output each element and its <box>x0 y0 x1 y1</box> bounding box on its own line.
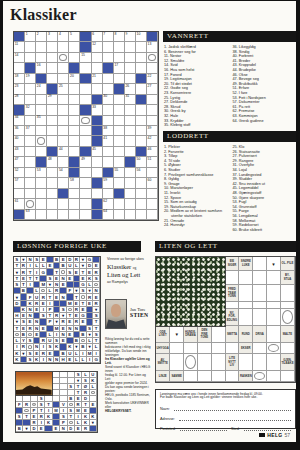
grid-cell[interactable] <box>125 126 136 136</box>
grid-cell[interactable] <box>170 354 184 371</box>
grid-cell[interactable] <box>25 53 36 63</box>
grid-cell[interactable]: 5 <box>69 32 80 42</box>
grid-cell[interactable]: 31 <box>125 95 136 105</box>
winners-block: Vinnere av forrige ukes Klassiker og Lit… <box>107 257 151 285</box>
grid-cell[interactable]: 10 <box>136 32 147 42</box>
grid-cell[interactable]: 4 <box>58 32 69 42</box>
grid-cell[interactable] <box>103 74 114 84</box>
grid-cell[interactable] <box>103 42 114 52</box>
face-icon <box>111 304 121 317</box>
cell-number: 53 <box>37 168 41 172</box>
grid-cell[interactable]: 52 <box>14 168 25 178</box>
grid-cell[interactable] <box>212 326 226 343</box>
grid-cell[interactable]: 45 <box>92 147 103 157</box>
grid-cell[interactable] <box>125 74 136 84</box>
grid-cell[interactable] <box>147 199 158 209</box>
grid-cell[interactable] <box>36 199 47 209</box>
grid-cell[interactable]: 9 <box>125 32 136 42</box>
grid-cell[interactable] <box>125 105 136 115</box>
grid-cell[interactable] <box>69 53 80 63</box>
grid-cell[interactable] <box>80 116 91 126</box>
sted-input[interactable] <box>244 426 291 431</box>
grid-cell <box>80 74 91 84</box>
grid-cell[interactable] <box>47 126 58 136</box>
grid-cell[interactable] <box>114 74 125 84</box>
grid-cell[interactable] <box>47 178 58 188</box>
grid-cell[interactable] <box>58 157 69 167</box>
grid-cell[interactable] <box>170 343 184 354</box>
grid-cell[interactable] <box>267 271 281 285</box>
grid-cell[interactable]: 55 <box>114 168 125 178</box>
grid-cell[interactable] <box>136 63 147 73</box>
cell-number: 19 <box>26 74 30 78</box>
grid-cell[interactable] <box>114 105 125 115</box>
grid-cell[interactable] <box>47 74 58 84</box>
grid-cell[interactable] <box>92 157 103 167</box>
liten-header: LITEN OG LETT <box>155 241 296 252</box>
grid-cell[interactable] <box>47 189 58 199</box>
grid-cell[interactable] <box>36 136 47 146</box>
grid-cell[interactable] <box>114 126 125 136</box>
grid-cell[interactable]: 50 <box>136 157 147 167</box>
grid-cell[interactable]: 38 <box>103 126 114 136</box>
grid-cell[interactable] <box>147 189 158 199</box>
grid-cell: D <box>68 426 75 432</box>
grid-cell[interactable] <box>125 168 136 178</box>
navn-input[interactable] <box>174 406 291 411</box>
grid-cell[interactable] <box>267 285 281 302</box>
grid-cell: ODE LIVET <box>156 326 170 343</box>
grid-cell[interactable] <box>80 95 91 105</box>
grid-cell[interactable]: 58 <box>69 178 80 188</box>
grid-cell[interactable]: 28 <box>14 95 25 105</box>
grid-cell[interactable] <box>267 343 281 354</box>
grid-cell[interactable]: 20 <box>69 74 80 84</box>
grid-cell[interactable] <box>267 326 281 343</box>
grid-cell[interactable] <box>36 147 47 157</box>
grid-cell[interactable] <box>25 178 36 188</box>
grid-cell[interactable] <box>125 178 136 188</box>
grid-cell <box>69 63 80 73</box>
grid-cell[interactable] <box>136 105 147 115</box>
grid-cell[interactable]: 12 <box>92 42 103 52</box>
grid-cell[interactable] <box>125 189 136 199</box>
grid-cell[interactable] <box>80 189 91 199</box>
grid-cell[interactable] <box>253 302 267 309</box>
grid-cell[interactable] <box>25 116 36 126</box>
grid-cell <box>125 157 136 167</box>
grid-cell[interactable] <box>25 84 36 94</box>
grid-cell <box>90 426 97 432</box>
grid-cell[interactable] <box>80 210 91 220</box>
grid-cell[interactable] <box>25 157 36 167</box>
promo-line: Du kan også sende løsningen i posten: <box>105 385 151 393</box>
grid-cell[interactable]: 32 <box>25 105 36 115</box>
grid-cell[interactable] <box>136 53 147 63</box>
grid-cell[interactable] <box>103 105 114 115</box>
grid-cell[interactable]: 2 <box>36 32 47 42</box>
grid-cell[interactable]: 53 <box>36 168 47 178</box>
grid-cell[interactable] <box>125 210 136 220</box>
grid-cell[interactable] <box>25 147 36 157</box>
grid-cell[interactable] <box>253 285 267 302</box>
grid-cell[interactable]: 21 <box>92 74 103 84</box>
grid-cell[interactable] <box>147 63 158 73</box>
grid-cell[interactable] <box>103 189 114 199</box>
grid-cell[interactable] <box>136 210 147 220</box>
grid-cell[interactable] <box>114 42 125 52</box>
grid-cell[interactable] <box>147 168 158 178</box>
loddrett-col2: 25. Klo26. Statsansatte27. Pulverisert29… <box>233 145 297 232</box>
grid-cell[interactable] <box>69 210 80 220</box>
grid-cell[interactable] <box>136 116 147 126</box>
grid-cell[interactable] <box>36 105 47 115</box>
grid-cell[interactable] <box>92 84 103 94</box>
grid-cell[interactable]: 47 <box>14 157 25 167</box>
grid-cell[interactable]: 41 <box>103 136 114 146</box>
grid-cell[interactable] <box>125 53 136 63</box>
grid-cell[interactable] <box>136 178 147 188</box>
grid-cell[interactable] <box>58 199 69 209</box>
grid-cell[interactable] <box>281 302 295 309</box>
grid-cell[interactable] <box>114 210 125 220</box>
coupon-line2: For både Klassiker og Liten og Lett gjel… <box>160 396 291 400</box>
circle-mark-icon <box>282 310 293 324</box>
grid-cell[interactable] <box>69 42 80 52</box>
grid-cell[interactable]: 42 <box>147 136 158 146</box>
grid-cell[interactable] <box>239 271 253 285</box>
grid-cell[interactable]: 30 <box>103 95 114 105</box>
clue-line: 60. Bruke skibrett <box>233 228 297 233</box>
grid-cell[interactable] <box>136 189 147 199</box>
grid-cell[interactable] <box>114 116 125 126</box>
cell-number: 20 <box>70 74 74 78</box>
grid-cell[interactable] <box>114 157 125 167</box>
grid-cell: LITE NYTT LIV <box>226 354 240 371</box>
grid-cell[interactable] <box>58 126 69 136</box>
grid-cell[interactable] <box>69 84 80 94</box>
grid-cell[interactable] <box>267 302 281 309</box>
grid-cell[interactable] <box>103 147 114 157</box>
grid-cell[interactable] <box>267 354 281 371</box>
circle-mark-icon <box>268 344 279 352</box>
grid-cell[interactable] <box>36 95 47 105</box>
magazine-name: HELG <box>267 432 282 438</box>
grid-cell[interactable] <box>80 126 91 136</box>
grid-cell[interactable] <box>212 371 226 382</box>
grid-cell[interactable]: 14 <box>14 53 25 63</box>
grid-cell[interactable] <box>25 199 36 209</box>
cell-number: 10 <box>137 32 141 36</box>
grid-cell[interactable] <box>58 53 69 63</box>
cell-number: 30 <box>103 94 107 98</box>
grid-cell[interactable] <box>147 116 158 126</box>
grid-cell[interactable]: 34 <box>14 116 25 126</box>
grid-cell: DEN FINE TONE <box>198 326 212 343</box>
grid-cell[interactable]: 48 <box>47 157 58 167</box>
grid-cell[interactable] <box>184 371 198 382</box>
grid-cell[interactable] <box>114 199 125 209</box>
grid-cell[interactable] <box>253 343 267 354</box>
cell-number: 64 <box>103 209 107 213</box>
grid-cell[interactable] <box>147 53 158 63</box>
grid-cell: K <box>14 357 21 363</box>
grid-cell[interactable] <box>80 178 91 188</box>
grid-cell[interactable] <box>226 343 240 354</box>
grid-cell[interactable] <box>14 63 25 73</box>
grid-cell[interactable] <box>36 126 47 136</box>
grid-cell: RUND <box>239 326 253 343</box>
grid-cell: RASKEN <box>239 371 253 382</box>
grid-cell[interactable] <box>25 42 36 52</box>
cell-number: 41 <box>103 136 107 140</box>
grid-cell[interactable] <box>212 343 226 354</box>
magazine-page: Klassiker 123456789101112131415161718192… <box>3 1 296 442</box>
grid-cell[interactable]: 49 <box>80 157 91 167</box>
grid-cell[interactable] <box>253 257 267 271</box>
grid-cell[interactable] <box>58 136 69 146</box>
grid-cell[interactable]: 63 <box>25 210 36 220</box>
grid-cell: I <box>87 357 94 363</box>
grid-cell[interactable] <box>184 354 198 371</box>
grid-cell[interactable]: 7 <box>103 32 114 42</box>
grid-cell[interactable] <box>69 126 80 136</box>
grid-cell[interactable]: 23 <box>14 84 25 94</box>
grid-cell[interactable] <box>125 147 136 157</box>
grid-cell[interactable] <box>25 136 36 146</box>
grid-cell[interactable]: 54 <box>58 168 69 178</box>
grid-cell[interactable]: 60 <box>147 178 158 188</box>
grid-cell[interactable]: 39 <box>147 126 158 136</box>
grid-cell[interactable] <box>47 53 58 63</box>
grid-cell[interactable] <box>69 95 80 105</box>
grid-cell[interactable] <box>69 147 80 157</box>
camel-grid-wrap: SLU▾SKSTØLTRSBEDFRSTVRTEPTIMISMESTERKSTI… <box>15 371 98 433</box>
grid-cell[interactable] <box>239 309 253 326</box>
grid-cell[interactable] <box>103 84 114 94</box>
grid-cell[interactable] <box>25 189 36 199</box>
grid-cell[interactable]: 1 <box>25 32 36 42</box>
grid-cell[interactable]: 19 <box>25 74 36 84</box>
grid-cell: DRIVA <box>253 326 267 343</box>
grid-cell[interactable] <box>58 210 69 220</box>
grid-cell[interactable] <box>136 84 147 94</box>
grid-cell[interactable] <box>47 136 58 146</box>
grid-cell[interactable] <box>25 168 36 178</box>
grid-cell[interactable] <box>92 189 103 199</box>
grid-cell[interactable] <box>184 343 198 354</box>
grid-cell[interactable]: 62 <box>103 199 114 209</box>
grid-cell[interactable]: 46 <box>147 147 158 157</box>
grid-cell[interactable] <box>47 199 58 209</box>
grid-cell[interactable]: 3 <box>47 32 58 42</box>
grid-cell[interactable] <box>103 157 114 167</box>
grid-cell[interactable]: 13 <box>147 42 158 52</box>
grid-cell[interactable] <box>69 189 80 199</box>
grid-cell[interactable] <box>69 105 80 115</box>
grid-cell[interactable] <box>253 309 267 326</box>
grid-cell[interactable] <box>267 309 281 326</box>
grid-cell[interactable] <box>136 42 147 52</box>
grid-cell[interactable] <box>136 136 147 146</box>
grid-cell[interactable] <box>114 136 125 146</box>
grid-cell[interactable] <box>147 95 158 105</box>
cell-number: 13 <box>148 42 152 46</box>
cell-number: 61 <box>15 199 19 203</box>
grid-cell[interactable] <box>36 53 47 63</box>
grid-cell[interactable] <box>80 136 91 146</box>
grid-cell[interactable] <box>125 42 136 52</box>
grid-cell[interactable]: 22 <box>147 74 158 84</box>
promo-line: HELGEKRYSSET. <box>105 409 151 413</box>
grid-cell[interactable] <box>58 116 69 126</box>
grid-cell[interactable]: 6 <box>92 32 103 42</box>
grid-cell[interactable] <box>14 189 25 199</box>
grid-cell[interactable] <box>239 302 253 309</box>
grid-cell[interactable]: 44 <box>58 147 69 157</box>
cell-number: 21 <box>92 74 96 78</box>
grid-cell[interactable]: 57 <box>14 178 25 188</box>
grid-cell[interactable] <box>47 116 58 126</box>
cell-number: 34 <box>15 115 19 119</box>
grid-cell[interactable] <box>36 210 47 220</box>
grid-cell[interactable] <box>80 63 91 73</box>
grid-cell[interactable] <box>147 105 158 115</box>
cell-number: 26 <box>125 84 129 88</box>
grid-cell[interactable] <box>198 354 212 371</box>
cell-number: 48 <box>48 157 52 161</box>
grid-cell[interactable]: 59 <box>103 178 114 188</box>
grid-cell[interactable] <box>103 116 114 126</box>
grid-cell[interactable]: 40 <box>14 136 25 146</box>
grid-cell[interactable]: 29 <box>47 95 58 105</box>
grid-cell[interactable]: 61 <box>14 199 25 209</box>
adresse-input[interactable] <box>179 416 291 421</box>
grid-cell[interactable] <box>58 105 69 115</box>
grid-cell[interactable] <box>92 168 103 178</box>
grid-cell <box>136 95 147 105</box>
grid-cell[interactable] <box>47 168 58 178</box>
grid-cell[interactable] <box>226 271 240 285</box>
grid-cell[interactable]: 56 <box>136 168 147 178</box>
grid-cell[interactable]: 37 <box>25 126 36 136</box>
grid-cell[interactable] <box>198 343 212 354</box>
grid-cell[interactable] <box>226 302 240 309</box>
grid-cell[interactable] <box>69 116 80 126</box>
grid-cell[interactable]: 36 <box>14 126 25 136</box>
grid-cell[interactable] <box>80 168 91 178</box>
grid-cell[interactable] <box>267 371 281 382</box>
grid-cell[interactable]: 17 <box>114 63 125 73</box>
circle-mark-icon <box>81 295 85 298</box>
grid-cell[interactable] <box>25 95 36 105</box>
grid-cell[interactable] <box>36 178 47 188</box>
grid-cell[interactable] <box>92 53 103 63</box>
grid-cell <box>45 426 52 432</box>
grid-cell[interactable] <box>92 63 103 73</box>
page-footer: HELG 57 <box>259 432 290 438</box>
grid-cell[interactable] <box>226 371 240 382</box>
circle-mark-icon <box>185 355 196 369</box>
grid-cell[interactable]: 35 <box>36 116 47 126</box>
grid-cell[interactable] <box>103 53 114 63</box>
grid-cell[interactable] <box>239 354 253 371</box>
grid-cell[interactable] <box>125 199 136 209</box>
grid-cell[interactable] <box>281 343 295 354</box>
grid-cell[interactable] <box>58 95 69 105</box>
grid-cell[interactable]: 25 <box>58 84 69 94</box>
grid-cell[interactable] <box>281 309 295 326</box>
grid-cell[interactable] <box>58 42 69 52</box>
grid-cell[interactable] <box>125 63 136 73</box>
grid-cell[interactable] <box>47 105 58 115</box>
grid-cell[interactable]: 51 <box>147 157 158 167</box>
grid-cell[interactable] <box>36 189 47 199</box>
grid-cell[interactable] <box>253 271 267 285</box>
grid-cell[interactable] <box>69 199 80 209</box>
grid-cell[interactable] <box>212 354 226 371</box>
cell-number: 32 <box>26 105 30 109</box>
grid-cell[interactable] <box>198 371 212 382</box>
grid-cell[interactable] <box>69 136 80 146</box>
grid-cell[interactable] <box>125 116 136 126</box>
grid-cell[interactable] <box>136 126 147 136</box>
grid-cell[interactable] <box>58 63 69 73</box>
cell-number: 51 <box>148 157 152 161</box>
grid-cell[interactable]: 26 <box>125 84 136 94</box>
grid-cell[interactable]: 15 <box>80 53 91 63</box>
grid-cell[interactable]: 64 <box>103 210 114 220</box>
grid-cell[interactable] <box>114 147 125 157</box>
grid-cell[interactable] <box>80 199 91 209</box>
grid-cell[interactable]: 8 <box>114 32 125 42</box>
grid-cell[interactable] <box>47 42 58 52</box>
grid-cell[interactable] <box>281 371 295 382</box>
grid-cell[interactable] <box>125 136 136 146</box>
grid-cell[interactable] <box>114 178 125 188</box>
grid-cell[interactable] <box>47 210 58 220</box>
grid-cell[interactable] <box>36 42 47 52</box>
grid-cell[interactable] <box>47 63 58 73</box>
grid-cell[interactable]: 18 <box>14 74 25 84</box>
grid-cell[interactable]: 43 <box>14 147 25 157</box>
grid-cell: K <box>34 357 41 363</box>
grid-cell: G <box>93 357 100 363</box>
grid-cell[interactable] <box>281 285 295 302</box>
grid-cell[interactable]: 24 <box>36 84 47 94</box>
grid-cell[interactable] <box>114 53 125 63</box>
grid-cell <box>36 157 47 167</box>
page-number: 57 <box>284 432 290 438</box>
grid-cell[interactable] <box>58 74 69 84</box>
grid-cell[interactable] <box>58 178 69 188</box>
grid-cell[interactable]: 16 <box>36 63 47 73</box>
grid-cell[interactable] <box>147 210 158 220</box>
grid-cell: EKSER <box>239 343 253 354</box>
cell-number: 6 <box>92 32 94 36</box>
poststed-input[interactable] <box>180 426 227 431</box>
grid-cell[interactable] <box>114 95 125 105</box>
grid-cell[interactable]: 33 <box>92 105 103 115</box>
grid-cell[interactable]: 11 <box>14 42 25 52</box>
grid-cell[interactable]: 27 <box>147 84 158 94</box>
grid-cell[interactable] <box>253 371 267 382</box>
grid-cell[interactable] <box>253 354 267 371</box>
grid-cell[interactable] <box>239 285 253 302</box>
grid-cell[interactable] <box>80 84 91 94</box>
stien-portrait-photo <box>105 299 127 329</box>
grid-cell[interactable] <box>136 199 147 209</box>
